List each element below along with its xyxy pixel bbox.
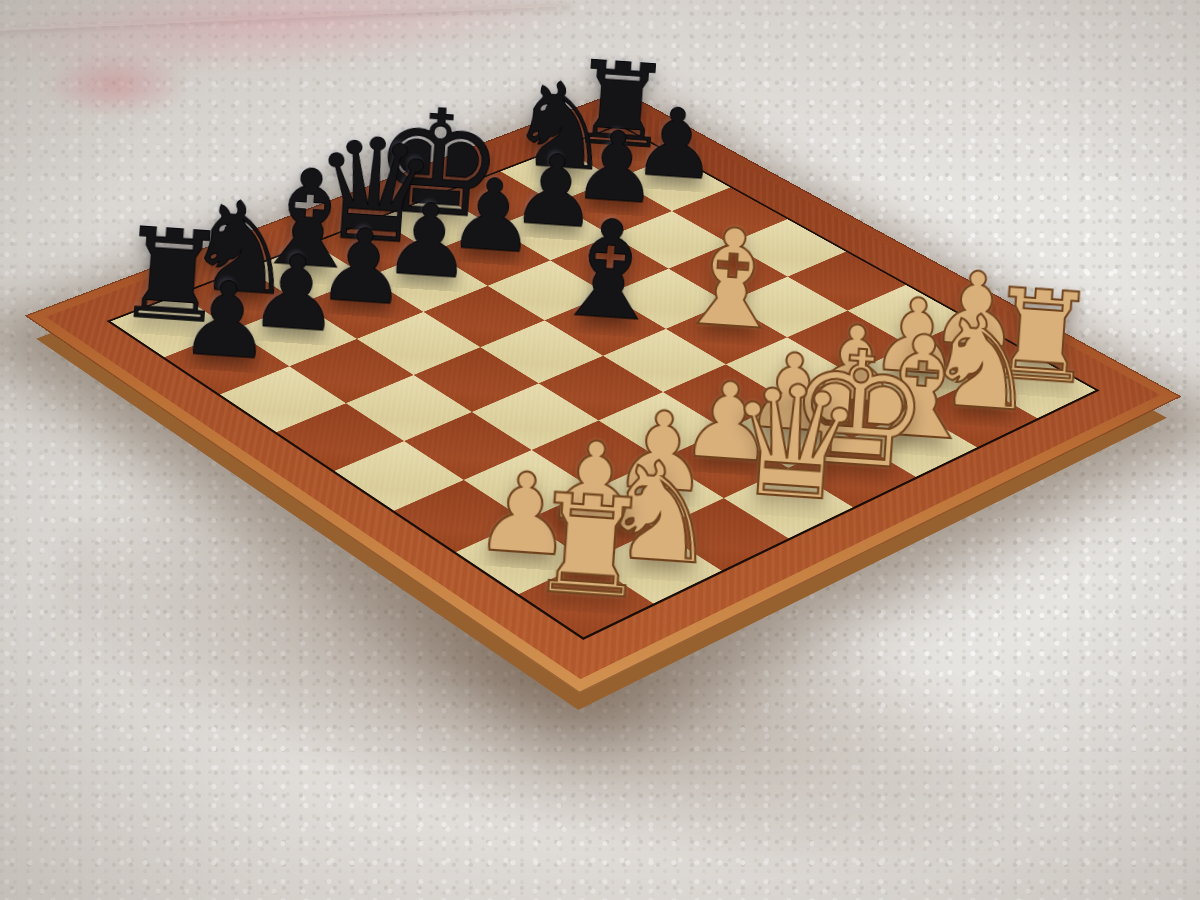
pieces-layer: ♜♞♟♟♚♟♛♟♝♟♞♟♝♝♟♜♟♟♜♟♟♞♟♝♟♚♟♛♟♟♞♜ xyxy=(106,124,1099,640)
black-bishop-glyph: ♝ xyxy=(544,199,673,341)
board-frame: ♜♞♟♟♚♟♛♟♝♟♞♟♝♝♟♜♟♟♜♟♟♞♟♝♟♚♟♛♟♟♞♜ xyxy=(25,90,1182,693)
photo-background: ♜♞♟♟♚♟♛♟♝♟♞♟♝♝♟♜♟♟♜♟♟♞♟♝♟♚♟♛♟♟♞♜ xyxy=(0,0,1200,900)
white-queen-glyph: ♛ xyxy=(720,361,868,524)
black-pawn-glyph: ♟ xyxy=(177,266,277,376)
white-rook-glyph: ♜ xyxy=(524,474,655,618)
board-scene: ♜♞♟♟♚♟♛♟♝♟♞♟♝♝♟♜♟♟♜♟♟♞♟♝♟♚♟♛♟♟♞♜ xyxy=(0,0,1200,900)
camera-tilt: ♜♞♟♟♚♟♛♟♝♟♞♟♝♝♟♜♟♟♜♟♟♞♟♝♟♚♟♛♟♟♞♜ xyxy=(0,0,1200,900)
